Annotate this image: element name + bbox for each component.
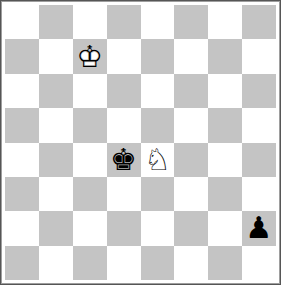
square-b5[interactable] <box>39 108 73 142</box>
square-c4[interactable] <box>73 143 107 177</box>
square-g2[interactable] <box>208 211 242 245</box>
square-b7[interactable] <box>39 39 73 73</box>
square-c2[interactable] <box>73 211 107 245</box>
square-e5[interactable] <box>141 108 175 142</box>
square-g1[interactable] <box>208 246 242 280</box>
square-d8[interactable] <box>107 5 141 39</box>
square-d4[interactable]: ♚ <box>107 143 141 177</box>
black-pawn-icon: ♟ <box>242 211 276 245</box>
square-b3[interactable] <box>39 177 73 211</box>
white-knight-e4: ♞♘ <box>141 143 175 177</box>
square-e3[interactable] <box>141 177 175 211</box>
square-e6[interactable] <box>141 74 175 108</box>
white-king-icon: ♔ <box>73 39 107 73</box>
square-a7[interactable] <box>5 39 39 73</box>
square-h8[interactable] <box>242 5 276 39</box>
square-d1[interactable] <box>107 246 141 280</box>
chess-board: ♚♔♚♞♘♟ <box>5 5 276 280</box>
square-a3[interactable] <box>5 177 39 211</box>
square-a8[interactable] <box>5 5 39 39</box>
square-g3[interactable] <box>208 177 242 211</box>
square-f8[interactable] <box>174 5 208 39</box>
black-king-icon: ♚ <box>107 143 141 177</box>
square-a2[interactable] <box>5 211 39 245</box>
square-c3[interactable] <box>73 177 107 211</box>
square-f6[interactable] <box>174 74 208 108</box>
square-h5[interactable] <box>242 108 276 142</box>
square-h2[interactable]: ♟ <box>242 211 276 245</box>
square-h1[interactable] <box>242 246 276 280</box>
black-pawn-h2: ♟ <box>242 211 276 245</box>
chess-board-frame: ♚♔♚♞♘♟ <box>0 0 281 285</box>
square-d6[interactable] <box>107 74 141 108</box>
square-h3[interactable] <box>242 177 276 211</box>
square-g6[interactable] <box>208 74 242 108</box>
square-e4[interactable]: ♞♘ <box>141 143 175 177</box>
square-f1[interactable] <box>174 246 208 280</box>
white-king-c7: ♚♔ <box>73 39 107 73</box>
square-e2[interactable] <box>141 211 175 245</box>
square-g4[interactable] <box>208 143 242 177</box>
square-c6[interactable] <box>73 74 107 108</box>
square-e1[interactable] <box>141 246 175 280</box>
square-f2[interactable] <box>174 211 208 245</box>
square-h4[interactable] <box>242 143 276 177</box>
square-c7[interactable]: ♚♔ <box>73 39 107 73</box>
square-b4[interactable] <box>39 143 73 177</box>
square-g5[interactable] <box>208 108 242 142</box>
square-b1[interactable] <box>39 246 73 280</box>
square-c1[interactable] <box>73 246 107 280</box>
square-g7[interactable] <box>208 39 242 73</box>
square-h6[interactable] <box>242 74 276 108</box>
square-d7[interactable] <box>107 39 141 73</box>
square-a4[interactable] <box>5 143 39 177</box>
square-b2[interactable] <box>39 211 73 245</box>
square-a1[interactable] <box>5 246 39 280</box>
square-a6[interactable] <box>5 74 39 108</box>
square-e7[interactable] <box>141 39 175 73</box>
square-f4[interactable] <box>174 143 208 177</box>
square-d3[interactable] <box>107 177 141 211</box>
square-a5[interactable] <box>5 108 39 142</box>
square-d5[interactable] <box>107 108 141 142</box>
white-knight-icon: ♘ <box>141 143 175 177</box>
black-king-d4: ♚ <box>107 143 141 177</box>
square-c5[interactable] <box>73 108 107 142</box>
square-d2[interactable] <box>107 211 141 245</box>
square-f7[interactable] <box>174 39 208 73</box>
square-c8[interactable] <box>73 5 107 39</box>
square-e8[interactable] <box>141 5 175 39</box>
square-f3[interactable] <box>174 177 208 211</box>
square-f5[interactable] <box>174 108 208 142</box>
square-h7[interactable] <box>242 39 276 73</box>
square-g8[interactable] <box>208 5 242 39</box>
square-b8[interactable] <box>39 5 73 39</box>
square-b6[interactable] <box>39 74 73 108</box>
